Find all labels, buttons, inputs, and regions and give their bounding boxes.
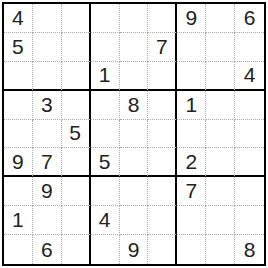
- cell-r7c9[interactable]: [235, 177, 264, 206]
- cell-r1c2[interactable]: [33, 4, 62, 33]
- cell-r2c9[interactable]: [235, 33, 264, 62]
- cell-r5c1[interactable]: [4, 120, 33, 149]
- cell-r3c8[interactable]: [206, 62, 235, 91]
- given-digit-r3c4[interactable]: 1: [91, 62, 120, 91]
- given-digit-r1c7[interactable]: 9: [177, 4, 206, 33]
- cell-r2c8[interactable]: [206, 33, 235, 62]
- cell-r2c4[interactable]: [91, 33, 120, 62]
- given-digit-r2c1[interactable]: 5: [4, 33, 33, 62]
- cell-r6c5[interactable]: [120, 148, 149, 177]
- cell-r1c3[interactable]: [62, 4, 91, 33]
- given-digit-r1c9[interactable]: 6: [235, 4, 264, 33]
- cell-r5c7[interactable]: [177, 120, 206, 149]
- cell-r3c1[interactable]: [4, 62, 33, 91]
- cell-r8c5[interactable]: [120, 206, 149, 235]
- given-digit-r8c4[interactable]: 4: [91, 206, 120, 235]
- cell-r5c4[interactable]: [91, 120, 120, 149]
- given-digit-r6c2[interactable]: 7: [33, 148, 62, 177]
- cell-r9c1[interactable]: [4, 235, 33, 264]
- cell-r6c8[interactable]: [206, 148, 235, 177]
- given-digit-r7c2[interactable]: 9: [33, 177, 62, 206]
- cell-r4c6[interactable]: [148, 91, 177, 120]
- given-digit-r5c3[interactable]: 5: [62, 120, 91, 149]
- cell-r5c8[interactable]: [206, 120, 235, 149]
- cell-r4c3[interactable]: [62, 91, 91, 120]
- cell-r9c7[interactable]: [177, 235, 206, 264]
- cell-r8c3[interactable]: [62, 206, 91, 235]
- given-digit-r9c5[interactable]: 9: [120, 235, 149, 264]
- given-digit-r3c9[interactable]: 4: [235, 62, 264, 91]
- given-digit-r4c2[interactable]: 3: [33, 91, 62, 120]
- cell-r2c2[interactable]: [33, 33, 62, 62]
- cell-r8c9[interactable]: [235, 206, 264, 235]
- cell-r7c4[interactable]: [91, 177, 120, 206]
- cell-r1c4[interactable]: [91, 4, 120, 33]
- cell-r3c6[interactable]: [148, 62, 177, 91]
- cell-r7c5[interactable]: [120, 177, 149, 206]
- cell-r4c8[interactable]: [206, 91, 235, 120]
- given-digit-r7c7[interactable]: 7: [177, 177, 206, 206]
- cell-r7c1[interactable]: [4, 177, 33, 206]
- cell-r9c3[interactable]: [62, 235, 91, 264]
- cell-r7c6[interactable]: [148, 177, 177, 206]
- cell-r3c7[interactable]: [177, 62, 206, 91]
- cell-r8c8[interactable]: [206, 206, 235, 235]
- cell-r3c2[interactable]: [33, 62, 62, 91]
- cell-r6c3[interactable]: [62, 148, 91, 177]
- cell-r1c6[interactable]: [148, 4, 177, 33]
- given-digit-r6c7[interactable]: 2: [177, 148, 206, 177]
- given-digit-r1c1[interactable]: 4: [4, 4, 33, 33]
- cell-r5c6[interactable]: [148, 120, 177, 149]
- cell-r5c9[interactable]: [235, 120, 264, 149]
- given-digit-r4c5[interactable]: 8: [120, 91, 149, 120]
- cell-r3c3[interactable]: [62, 62, 91, 91]
- given-digit-r6c1[interactable]: 9: [4, 148, 33, 177]
- sudoku-board: 4965714381597529714698: [2, 2, 266, 266]
- cell-r1c5[interactable]: [120, 4, 149, 33]
- given-digit-r9c2[interactable]: 6: [33, 235, 62, 264]
- cell-r9c6[interactable]: [148, 235, 177, 264]
- cell-r2c7[interactable]: [177, 33, 206, 62]
- cell-r4c9[interactable]: [235, 91, 264, 120]
- cell-r9c8[interactable]: [206, 235, 235, 264]
- cell-r6c9[interactable]: [235, 148, 264, 177]
- cell-r8c6[interactable]: [148, 206, 177, 235]
- cell-r4c4[interactable]: [91, 91, 120, 120]
- cell-r9c4[interactable]: [91, 235, 120, 264]
- cell-r7c3[interactable]: [62, 177, 91, 206]
- cell-r2c5[interactable]: [120, 33, 149, 62]
- given-digit-r4c7[interactable]: 1: [177, 91, 206, 120]
- cell-r4c1[interactable]: [4, 91, 33, 120]
- given-digit-r2c6[interactable]: 7: [148, 33, 177, 62]
- cell-r3c5[interactable]: [120, 62, 149, 91]
- cell-r8c7[interactable]: [177, 206, 206, 235]
- cell-r7c8[interactable]: [206, 177, 235, 206]
- cell-r5c5[interactable]: [120, 120, 149, 149]
- cell-r8c2[interactable]: [33, 206, 62, 235]
- cell-r1c8[interactable]: [206, 4, 235, 33]
- cell-r2c3[interactable]: [62, 33, 91, 62]
- given-digit-r6c4[interactable]: 5: [91, 148, 120, 177]
- cell-r5c2[interactable]: [33, 120, 62, 149]
- cell-r6c6[interactable]: [148, 148, 177, 177]
- given-digit-r8c1[interactable]: 1: [4, 206, 33, 235]
- given-digit-r9c9[interactable]: 8: [235, 235, 264, 264]
